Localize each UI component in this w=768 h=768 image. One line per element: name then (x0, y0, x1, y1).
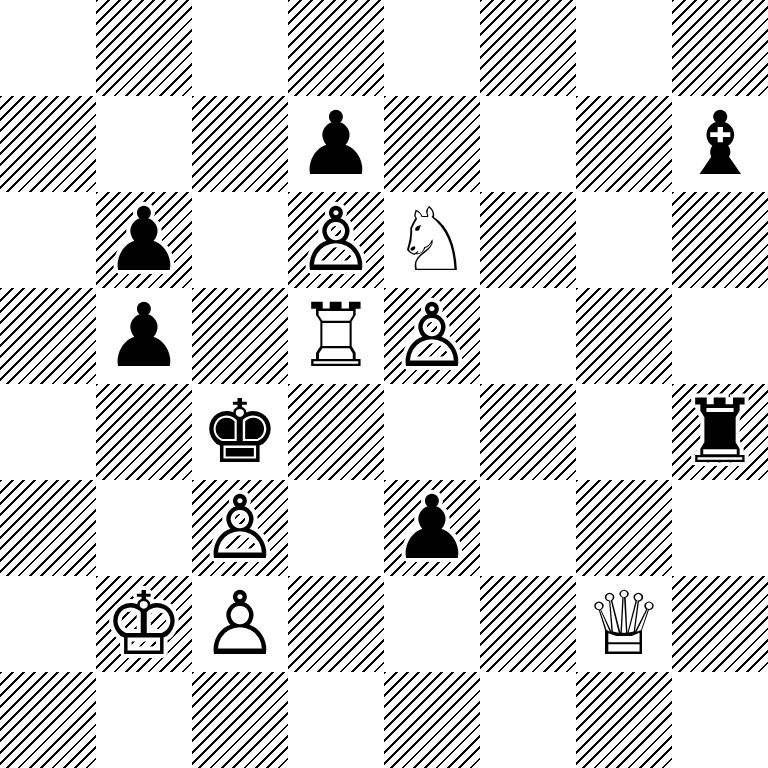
square-f3[interactable] (480, 480, 576, 576)
square-b3[interactable] (96, 480, 192, 576)
square-d5[interactable]: ♖ (288, 288, 384, 384)
piece-white-queen[interactable]: ♕ (585, 576, 664, 672)
square-c7[interactable] (192, 96, 288, 192)
square-g5[interactable] (576, 288, 672, 384)
piece-white-pawn[interactable]: ♙ (201, 480, 280, 576)
square-b8[interactable] (96, 0, 192, 96)
piece-white-knight[interactable]: ♘ (393, 192, 472, 288)
square-g6[interactable] (576, 192, 672, 288)
square-c8[interactable] (192, 0, 288, 96)
square-a1[interactable] (0, 672, 96, 768)
square-e7[interactable] (384, 96, 480, 192)
square-h5[interactable] (672, 288, 768, 384)
square-e6[interactable]: ♘ (384, 192, 480, 288)
square-a3[interactable] (0, 480, 96, 576)
piece-black-rook[interactable]: ♜ (681, 384, 760, 480)
piece-white-rook[interactable]: ♖ (297, 288, 376, 384)
square-c3[interactable]: ♙ (192, 480, 288, 576)
square-h3[interactable] (672, 480, 768, 576)
piece-black-king[interactable]: ♚ (201, 384, 280, 480)
square-a8[interactable] (0, 0, 96, 96)
square-a5[interactable] (0, 288, 96, 384)
piece-white-king[interactable]: ♔ (105, 576, 184, 672)
square-c2[interactable]: ♙ (192, 576, 288, 672)
square-h8[interactable] (672, 0, 768, 96)
square-h6[interactable] (672, 192, 768, 288)
square-b6[interactable]: ♟ (96, 192, 192, 288)
square-d3[interactable] (288, 480, 384, 576)
square-f1[interactable] (480, 672, 576, 768)
square-b4[interactable] (96, 384, 192, 480)
square-g3[interactable] (576, 480, 672, 576)
square-a6[interactable] (0, 192, 96, 288)
piece-white-pawn[interactable]: ♙ (201, 576, 280, 672)
square-g2[interactable]: ♕ (576, 576, 672, 672)
square-a4[interactable] (0, 384, 96, 480)
square-d4[interactable] (288, 384, 384, 480)
piece-black-pawn[interactable]: ♟ (105, 288, 184, 384)
square-e2[interactable] (384, 576, 480, 672)
square-a7[interactable] (0, 96, 96, 192)
square-d1[interactable] (288, 672, 384, 768)
piece-black-bishop[interactable]: ♝ (681, 96, 760, 192)
square-d2[interactable] (288, 576, 384, 672)
square-d7[interactable]: ♟ (288, 96, 384, 192)
square-c5[interactable] (192, 288, 288, 384)
piece-white-pawn[interactable]: ♙ (393, 288, 472, 384)
piece-black-pawn[interactable]: ♟ (393, 480, 472, 576)
square-g7[interactable] (576, 96, 672, 192)
square-h4[interactable]: ♜ (672, 384, 768, 480)
square-f4[interactable] (480, 384, 576, 480)
square-e5[interactable]: ♙ (384, 288, 480, 384)
square-f5[interactable] (480, 288, 576, 384)
square-g4[interactable] (576, 384, 672, 480)
square-f6[interactable] (480, 192, 576, 288)
square-h2[interactable] (672, 576, 768, 672)
square-b1[interactable] (96, 672, 192, 768)
piece-white-pawn[interactable]: ♙ (297, 192, 376, 288)
square-a2[interactable] (0, 576, 96, 672)
square-c4[interactable]: ♚ (192, 384, 288, 480)
square-c6[interactable] (192, 192, 288, 288)
square-e3[interactable]: ♟ (384, 480, 480, 576)
chess-board: ♟♝♟♙♘♟♖♙♚♜♙♟♔♙♕ (0, 0, 768, 768)
square-g8[interactable] (576, 0, 672, 96)
square-f7[interactable] (480, 96, 576, 192)
square-g1[interactable] (576, 672, 672, 768)
square-d6[interactable]: ♙ (288, 192, 384, 288)
square-d8[interactable] (288, 0, 384, 96)
square-b2[interactable]: ♔ (96, 576, 192, 672)
square-f8[interactable] (480, 0, 576, 96)
piece-black-pawn[interactable]: ♟ (297, 96, 376, 192)
square-c1[interactable] (192, 672, 288, 768)
square-e8[interactable] (384, 0, 480, 96)
square-h1[interactable] (672, 672, 768, 768)
square-e1[interactable] (384, 672, 480, 768)
square-f2[interactable] (480, 576, 576, 672)
square-h7[interactable]: ♝ (672, 96, 768, 192)
piece-black-pawn[interactable]: ♟ (105, 192, 184, 288)
square-e4[interactable] (384, 384, 480, 480)
square-b5[interactable]: ♟ (96, 288, 192, 384)
square-b7[interactable] (96, 96, 192, 192)
